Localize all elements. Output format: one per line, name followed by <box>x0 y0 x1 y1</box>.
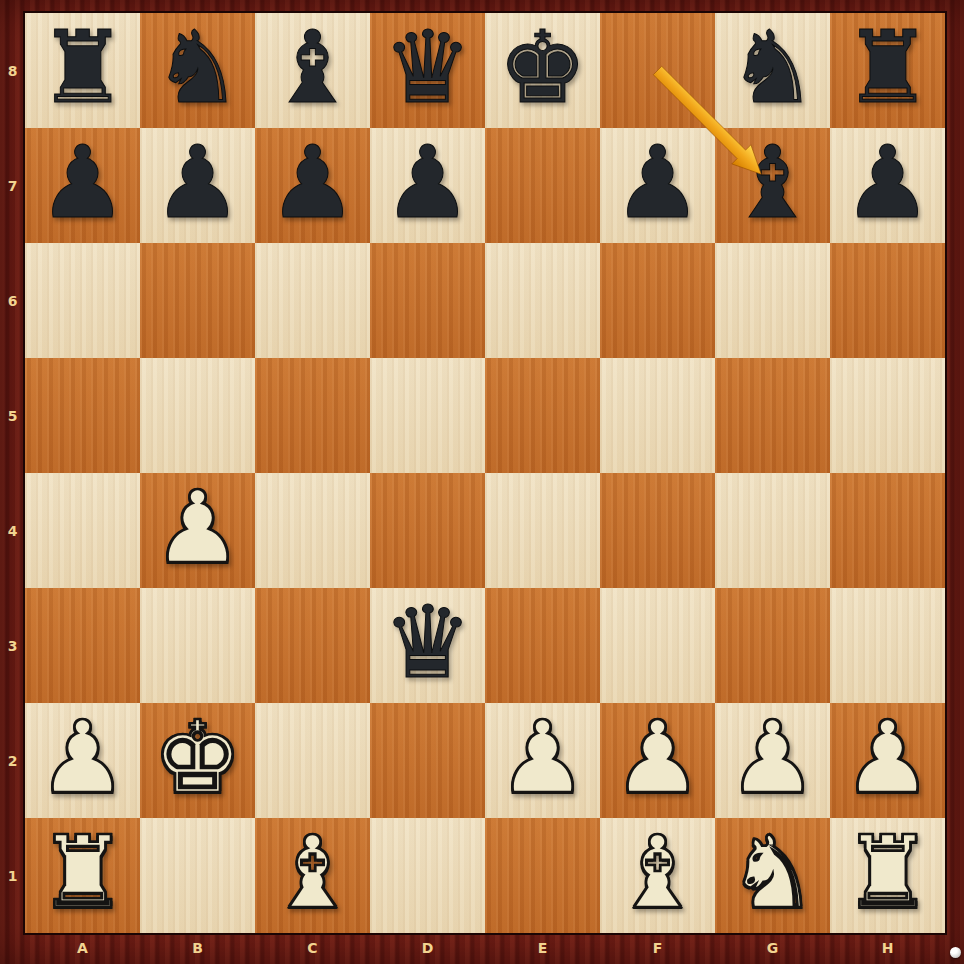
piece-black-pawn[interactable]: ♟ <box>25 125 140 240</box>
piece-black-rook[interactable]: ♜ <box>25 10 140 125</box>
piece-white-pawn[interactable]: ♟ <box>140 470 255 585</box>
rank-label-2: 2 <box>0 703 25 818</box>
square-a7[interactable]: ♟ <box>25 128 140 243</box>
square-d8[interactable]: ♛ <box>370 13 485 128</box>
square-f4[interactable] <box>600 473 715 588</box>
piece-black-pawn[interactable]: ♟ <box>600 125 715 240</box>
piece-white-pawn[interactable]: ♟ <box>600 700 715 815</box>
piece-white-pawn[interactable]: ♟ <box>830 700 945 815</box>
square-g4[interactable] <box>715 473 830 588</box>
file-label-a: A <box>25 936 140 960</box>
piece-black-queen[interactable]: ♛ <box>370 10 485 125</box>
square-a3[interactable] <box>25 588 140 703</box>
square-h2[interactable]: ♟ <box>830 703 945 818</box>
square-h5[interactable] <box>830 358 945 473</box>
square-h1[interactable]: ♜ <box>830 818 945 933</box>
board-frame: ♜♞♝♛♚♞♜♟♟♟♟♟♝♟♟♛♟♚♟♟♟♟♜♝♝♞♜ 87654321 ABC… <box>0 0 964 964</box>
piece-white-bishop[interactable]: ♝ <box>255 815 370 930</box>
piece-white-knight[interactable]: ♞ <box>715 815 830 930</box>
file-labels: ABCDEFGH <box>25 936 945 960</box>
piece-white-bishop[interactable]: ♝ <box>600 815 715 930</box>
square-b3[interactable] <box>140 588 255 703</box>
piece-black-bishop[interactable]: ♝ <box>715 125 830 240</box>
square-g2[interactable]: ♟ <box>715 703 830 818</box>
square-h3[interactable] <box>830 588 945 703</box>
square-a8[interactable]: ♜ <box>25 13 140 128</box>
square-e4[interactable] <box>485 473 600 588</box>
square-b1[interactable] <box>140 818 255 933</box>
square-c6[interactable] <box>255 243 370 358</box>
piece-white-rook[interactable]: ♜ <box>25 815 140 930</box>
square-e5[interactable] <box>485 358 600 473</box>
file-label-f: F <box>600 936 715 960</box>
rank-label-1: 1 <box>0 818 25 933</box>
square-e8[interactable]: ♚ <box>485 13 600 128</box>
piece-black-knight[interactable]: ♞ <box>140 10 255 125</box>
square-f2[interactable]: ♟ <box>600 703 715 818</box>
square-e6[interactable] <box>485 243 600 358</box>
square-d1[interactable] <box>370 818 485 933</box>
rank-label-5: 5 <box>0 358 25 473</box>
square-a2[interactable]: ♟ <box>25 703 140 818</box>
piece-white-pawn[interactable]: ♟ <box>485 700 600 815</box>
square-d5[interactable] <box>370 358 485 473</box>
square-f5[interactable] <box>600 358 715 473</box>
square-d4[interactable] <box>370 473 485 588</box>
file-label-h: H <box>830 936 945 960</box>
square-g5[interactable] <box>715 358 830 473</box>
piece-black-pawn[interactable]: ♟ <box>830 125 945 240</box>
square-b4[interactable]: ♟ <box>140 473 255 588</box>
piece-black-knight[interactable]: ♞ <box>715 10 830 125</box>
piece-black-bishop[interactable]: ♝ <box>255 10 370 125</box>
rank-label-3: 3 <box>0 588 25 703</box>
square-a6[interactable] <box>25 243 140 358</box>
square-f7[interactable]: ♟ <box>600 128 715 243</box>
square-c5[interactable] <box>255 358 370 473</box>
file-label-e: E <box>485 936 600 960</box>
square-h4[interactable] <box>830 473 945 588</box>
square-c3[interactable] <box>255 588 370 703</box>
piece-black-king[interactable]: ♚ <box>485 10 600 125</box>
square-b8[interactable]: ♞ <box>140 13 255 128</box>
file-label-c: C <box>255 936 370 960</box>
rank-label-8: 8 <box>0 13 25 128</box>
piece-black-queen[interactable]: ♛ <box>370 585 485 700</box>
square-f8[interactable] <box>600 13 715 128</box>
square-g7[interactable]: ♝ <box>715 128 830 243</box>
square-e7[interactable] <box>485 128 600 243</box>
square-a5[interactable] <box>25 358 140 473</box>
square-b5[interactable] <box>140 358 255 473</box>
rank-labels: 87654321 <box>0 13 25 933</box>
square-d3[interactable]: ♛ <box>370 588 485 703</box>
square-e3[interactable] <box>485 588 600 703</box>
square-c1[interactable]: ♝ <box>255 818 370 933</box>
file-label-g: G <box>715 936 830 960</box>
square-g3[interactable] <box>715 588 830 703</box>
square-b6[interactable] <box>140 243 255 358</box>
chess-board: ♜♞♝♛♚♞♜♟♟♟♟♟♝♟♟♛♟♚♟♟♟♟♜♝♝♞♜ <box>25 13 945 933</box>
square-a1[interactable]: ♜ <box>25 818 140 933</box>
square-g8[interactable]: ♞ <box>715 13 830 128</box>
square-e1[interactable] <box>485 818 600 933</box>
square-c7[interactable]: ♟ <box>255 128 370 243</box>
side-to-move-indicator <box>950 947 961 958</box>
square-f1[interactable]: ♝ <box>600 818 715 933</box>
square-b7[interactable]: ♟ <box>140 128 255 243</box>
square-e2[interactable]: ♟ <box>485 703 600 818</box>
square-d2[interactable] <box>370 703 485 818</box>
square-b2[interactable]: ♚ <box>140 703 255 818</box>
square-g1[interactable]: ♞ <box>715 818 830 933</box>
rank-label-4: 4 <box>0 473 25 588</box>
file-label-b: B <box>140 936 255 960</box>
square-f3[interactable] <box>600 588 715 703</box>
square-h7[interactable]: ♟ <box>830 128 945 243</box>
piece-white-rook[interactable]: ♜ <box>830 815 945 930</box>
square-f6[interactable] <box>600 243 715 358</box>
square-g6[interactable] <box>715 243 830 358</box>
piece-black-rook[interactable]: ♜ <box>830 10 945 125</box>
rank-label-7: 7 <box>0 128 25 243</box>
file-label-d: D <box>370 936 485 960</box>
piece-white-pawn[interactable]: ♟ <box>25 700 140 815</box>
piece-white-king[interactable]: ♚ <box>140 700 255 815</box>
square-h8[interactable]: ♜ <box>830 13 945 128</box>
piece-black-pawn[interactable]: ♟ <box>255 125 370 240</box>
square-c2[interactable] <box>255 703 370 818</box>
square-c8[interactable]: ♝ <box>255 13 370 128</box>
piece-white-pawn[interactable]: ♟ <box>715 700 830 815</box>
square-a4[interactable] <box>25 473 140 588</box>
piece-black-pawn[interactable]: ♟ <box>140 125 255 240</box>
square-d6[interactable] <box>370 243 485 358</box>
piece-black-pawn[interactable]: ♟ <box>370 125 485 240</box>
rank-label-6: 6 <box>0 243 25 358</box>
square-d7[interactable]: ♟ <box>370 128 485 243</box>
square-c4[interactable] <box>255 473 370 588</box>
square-h6[interactable] <box>830 243 945 358</box>
